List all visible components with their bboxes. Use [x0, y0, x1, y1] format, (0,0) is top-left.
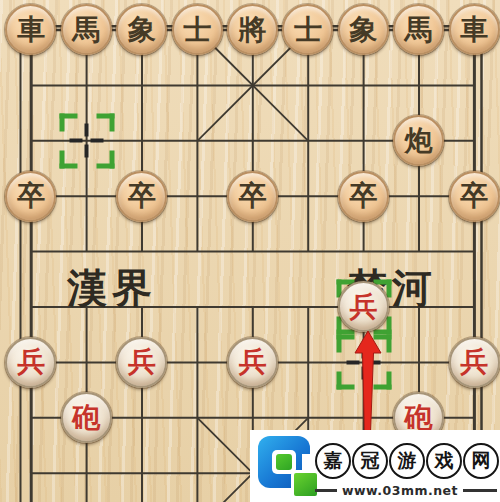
- piece-black-cannon[interactable]: 炮: [393, 115, 444, 166]
- piece-red-soldier[interactable]: 兵: [338, 281, 389, 332]
- piece-red-soldier[interactable]: 兵: [449, 337, 500, 388]
- piece-black-chariot[interactable]: 車: [449, 4, 500, 55]
- piece-black-elephant[interactable]: 象: [116, 4, 167, 55]
- watermark-url: www.03mm.net: [342, 483, 458, 498]
- site-name-char: 网: [463, 443, 499, 479]
- site-name-char: 戏: [426, 443, 462, 479]
- divider-line: [463, 489, 497, 492]
- site-name: 嘉冠游戏网: [315, 443, 499, 479]
- piece-black-soldier[interactable]: 卒: [449, 171, 500, 222]
- piece-black-soldier[interactable]: 卒: [338, 171, 389, 222]
- piece-black-general[interactable]: 將: [227, 4, 278, 55]
- move-arrow-icon: [348, 326, 388, 436]
- piece-black-advisor[interactable]: 士: [172, 4, 223, 55]
- piece-black-advisor[interactable]: 士: [282, 4, 333, 55]
- piece-red-soldier[interactable]: 兵: [5, 337, 56, 388]
- piece-black-soldier[interactable]: 卒: [116, 171, 167, 222]
- piece-grid: 車馬象士將士象馬車炮卒卒卒卒卒兵兵兵兵兵砲砲: [3, 2, 500, 502]
- piece-black-chariot[interactable]: 車: [5, 4, 56, 55]
- piece-red-cannon[interactable]: 砲: [61, 392, 112, 443]
- piece-red-soldier[interactable]: 兵: [116, 337, 167, 388]
- piece-black-horse[interactable]: 馬: [393, 4, 444, 55]
- divider-line: [315, 489, 337, 492]
- watermark-url-row: www.03mm.net: [314, 483, 498, 498]
- site-name-char: 游: [389, 443, 425, 479]
- site-logo-icon: [253, 434, 317, 498]
- piece-black-soldier[interactable]: 卒: [5, 171, 56, 222]
- piece-red-soldier[interactable]: 兵: [227, 337, 278, 388]
- site-name-char: 嘉: [315, 443, 351, 479]
- piece-black-horse[interactable]: 馬: [61, 4, 112, 55]
- piece-black-elephant[interactable]: 象: [338, 4, 389, 55]
- xiangqi-board: 漢界 楚河 車馬象士將士象馬車炮卒卒卒卒卒兵兵兵兵兵砲砲 嘉冠游戏网 www.0…: [0, 0, 500, 502]
- watermark-panel: 嘉冠游戏网 www.03mm.net: [250, 430, 500, 502]
- site-name-char: 冠: [352, 443, 388, 479]
- piece-black-soldier[interactable]: 卒: [227, 171, 278, 222]
